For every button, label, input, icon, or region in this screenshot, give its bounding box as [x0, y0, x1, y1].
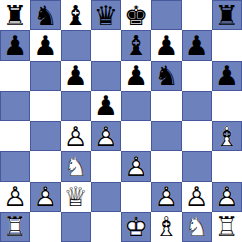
square-g4[interactable]	[182, 121, 212, 151]
square-b2[interactable]: ♟♙	[30, 182, 60, 212]
black-bishop[interactable]: ♝♗	[121, 30, 151, 60]
square-f6[interactable]: ♞♘	[151, 61, 181, 91]
square-c2[interactable]: ♛♕	[61, 182, 91, 212]
black-pawn[interactable]: ♟♙	[121, 61, 151, 91]
white-pawn-outline: ♙	[212, 182, 242, 212]
square-h6[interactable]: ♟♙	[212, 61, 242, 91]
square-e7[interactable]: ♝♗	[121, 30, 151, 60]
black-pawn-glyph: ♟	[151, 30, 181, 60]
white-rook-outline: ♖	[212, 212, 242, 242]
white-bishop-outline: ♗	[151, 212, 181, 242]
white-pawn-outline: ♙	[0, 182, 30, 212]
square-h3[interactable]	[212, 151, 242, 181]
square-e4[interactable]	[121, 121, 151, 151]
white-king[interactable]: ♚♔	[121, 212, 151, 242]
square-e5[interactable]	[121, 91, 151, 121]
black-bishop[interactable]: ♝♗	[61, 0, 91, 30]
square-h8[interactable]: ♜♖	[212, 0, 242, 30]
black-rook[interactable]: ♜♖	[212, 0, 242, 30]
black-pawn-glyph: ♟	[61, 61, 91, 91]
white-queen-outline: ♕	[61, 182, 91, 212]
white-pawn[interactable]: ♟♙	[30, 182, 60, 212]
white-bishop[interactable]: ♝♗	[212, 121, 242, 151]
square-d1[interactable]	[91, 212, 121, 242]
white-queen[interactable]: ♛♕	[61, 182, 91, 212]
black-pawn[interactable]: ♟♙	[0, 30, 30, 60]
square-b4[interactable]	[30, 121, 60, 151]
black-pawn-glyph: ♟	[121, 61, 151, 91]
square-a2[interactable]: ♟♙	[0, 182, 30, 212]
black-knight-glyph: ♞	[30, 0, 60, 30]
square-b8[interactable]: ♞♘	[30, 0, 60, 30]
square-a1[interactable]: ♜♖	[0, 212, 30, 242]
square-d3[interactable]	[91, 151, 121, 181]
square-a4[interactable]	[0, 121, 30, 151]
square-e1[interactable]: ♚♔	[121, 212, 151, 242]
square-d7[interactable]	[91, 30, 121, 60]
square-f7[interactable]: ♟♙	[151, 30, 181, 60]
square-e8[interactable]: ♚♔	[121, 0, 151, 30]
square-c4[interactable]: ♟♙	[61, 121, 91, 151]
black-rook-glyph: ♜	[0, 0, 30, 30]
black-queen-glyph: ♛	[91, 0, 121, 30]
square-h5[interactable]	[212, 91, 242, 121]
square-c6[interactable]: ♟♙	[61, 61, 91, 91]
white-rook[interactable]: ♜♖	[0, 212, 30, 242]
black-queen[interactable]: ♛♕	[91, 0, 121, 30]
square-b7[interactable]: ♟♙	[30, 30, 60, 60]
white-pawn[interactable]: ♟♙	[61, 121, 91, 151]
white-king-outline: ♔	[121, 212, 151, 242]
square-d2[interactable]	[91, 182, 121, 212]
black-pawn-glyph: ♟	[182, 30, 212, 60]
white-rook-outline: ♖	[0, 212, 30, 242]
white-knight[interactable]: ♞♘	[182, 212, 212, 242]
white-knight-outline: ♘	[61, 151, 91, 181]
square-g6[interactable]	[182, 61, 212, 91]
square-f4[interactable]	[151, 121, 181, 151]
square-f5[interactable]	[151, 91, 181, 121]
square-g7[interactable]: ♟♙	[182, 30, 212, 60]
square-b5[interactable]	[30, 91, 60, 121]
black-bishop-glyph: ♝	[61, 0, 91, 30]
white-pawn[interactable]: ♟♙	[212, 182, 242, 212]
black-pawn-glyph: ♟	[30, 30, 60, 60]
white-knight[interactable]: ♞♘	[61, 151, 91, 181]
black-knight-glyph: ♞	[151, 61, 181, 91]
black-pawn[interactable]: ♟♙	[182, 30, 212, 60]
square-h1[interactable]: ♜♖	[212, 212, 242, 242]
white-bishop[interactable]: ♝♗	[151, 212, 181, 242]
square-c3[interactable]: ♞♘	[61, 151, 91, 181]
black-pawn[interactable]: ♟♙	[212, 61, 242, 91]
square-a6[interactable]	[0, 61, 30, 91]
white-pawn-outline: ♙	[61, 121, 91, 151]
black-pawn[interactable]: ♟♙	[91, 91, 121, 121]
square-c8[interactable]: ♝♗	[61, 0, 91, 30]
square-a3[interactable]	[0, 151, 30, 181]
square-d8[interactable]: ♛♕	[91, 0, 121, 30]
square-f2[interactable]: ♟♙	[151, 182, 181, 212]
white-pawn[interactable]: ♟♙	[121, 151, 151, 181]
square-e3[interactable]: ♟♙	[121, 151, 151, 181]
square-f1[interactable]: ♝♗	[151, 212, 181, 242]
square-c1[interactable]	[61, 212, 91, 242]
white-pawn-outline: ♙	[91, 121, 121, 151]
white-pawn-outline: ♙	[151, 182, 181, 212]
white-rook[interactable]: ♜♖	[212, 212, 242, 242]
square-e2[interactable]	[121, 182, 151, 212]
square-a5[interactable]	[0, 91, 30, 121]
square-c7[interactable]	[61, 30, 91, 60]
black-knight[interactable]: ♞♘	[30, 0, 60, 30]
square-d4[interactable]: ♟♙	[91, 121, 121, 151]
black-pawn[interactable]: ♟♙	[30, 30, 60, 60]
square-a8[interactable]: ♜♖	[0, 0, 30, 30]
black-pawn[interactable]: ♟♙	[61, 61, 91, 91]
white-pawn[interactable]: ♟♙	[91, 121, 121, 151]
white-pawn-outline: ♙	[30, 182, 60, 212]
square-e6[interactable]: ♟♙	[121, 61, 151, 91]
square-g5[interactable]	[182, 91, 212, 121]
square-f8[interactable]	[151, 0, 181, 30]
black-bishop-glyph: ♝	[121, 30, 151, 60]
square-h7[interactable]	[212, 30, 242, 60]
square-b6[interactable]	[30, 61, 60, 91]
square-g3[interactable]	[182, 151, 212, 181]
black-rook-glyph: ♜	[212, 0, 242, 30]
square-h4[interactable]: ♝♗	[212, 121, 242, 151]
black-pawn-glyph: ♟	[91, 91, 121, 121]
square-b1[interactable]	[30, 212, 60, 242]
square-a7[interactable]: ♟♙	[0, 30, 30, 60]
square-b3[interactable]	[30, 151, 60, 181]
square-g2[interactable]: ♟♙	[182, 182, 212, 212]
white-pawn-outline: ♙	[121, 151, 151, 181]
square-c5[interactable]	[61, 91, 91, 121]
square-g8[interactable]	[182, 0, 212, 30]
white-pawn-outline: ♙	[182, 182, 212, 212]
square-f3[interactable]	[151, 151, 181, 181]
chess-board: ♜♖♞♘♝♗♛♕♚♔♜♖♟♙♟♙♝♗♟♙♟♙♟♙♟♙♞♘♟♙♟♙♟♙♟♙♝♗♞♘…	[0, 0, 242, 242]
black-king[interactable]: ♚♔	[121, 0, 151, 30]
square-h2[interactable]: ♟♙	[212, 182, 242, 212]
black-pawn-glyph: ♟	[212, 61, 242, 91]
white-pawn[interactable]: ♟♙	[182, 182, 212, 212]
white-knight-outline: ♘	[182, 212, 212, 242]
black-pawn[interactable]: ♟♙	[151, 30, 181, 60]
black-knight[interactable]: ♞♘	[151, 61, 181, 91]
white-bishop-outline: ♗	[212, 121, 242, 151]
square-d5[interactable]: ♟♙	[91, 91, 121, 121]
black-rook[interactable]: ♜♖	[0, 0, 30, 30]
square-d6[interactable]	[91, 61, 121, 91]
white-pawn[interactable]: ♟♙	[151, 182, 181, 212]
black-king-glyph: ♚	[121, 0, 151, 30]
square-g1[interactable]: ♞♘	[182, 212, 212, 242]
white-pawn[interactable]: ♟♙	[0, 182, 30, 212]
black-pawn-glyph: ♟	[0, 30, 30, 60]
